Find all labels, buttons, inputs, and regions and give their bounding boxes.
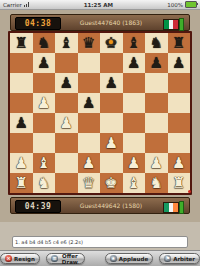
square-g1[interactable]: ♞ <box>145 173 168 193</box>
square-a4[interactable]: ♟ <box>10 113 33 133</box>
square-d7[interactable] <box>78 53 101 73</box>
square-h7[interactable]: ♟ <box>168 53 191 73</box>
black-pawn-piece: ♟ <box>55 73 78 93</box>
action-toolbar: ×Resign≡Offer Draw★Applaude⚑Arbiter <box>0 250 200 266</box>
square-f1[interactable]: ♝ <box>123 173 146 193</box>
square-g7[interactable]: ♟ <box>145 53 168 73</box>
square-f2[interactable]: ♟ <box>123 153 146 173</box>
opponent-connection-indicator <box>179 18 184 31</box>
black-bishop-piece: ♝ <box>123 33 146 53</box>
opponent-clock: 04:38 <box>15 17 61 30</box>
square-h6[interactable] <box>168 73 191 93</box>
square-d2[interactable]: ♟ <box>78 153 101 173</box>
square-c8[interactable]: ♝ <box>55 33 78 53</box>
white-pawn-piece: ♟ <box>145 153 168 173</box>
chess-app-screen: Carrier 11:25 AM 100% 04:38 Guest447640 … <box>0 0 200 266</box>
square-b6[interactable] <box>33 73 56 93</box>
black-rook-piece: ♜ <box>10 33 33 53</box>
square-d8[interactable]: ♛ <box>78 33 101 53</box>
square-b3[interactable] <box>33 133 56 153</box>
square-a8[interactable]: ♜ <box>10 33 33 53</box>
carrier-label: Carrier <box>3 2 22 8</box>
square-g3[interactable] <box>145 133 168 153</box>
square-h5[interactable] <box>168 93 191 113</box>
black-pawn-piece: ♟ <box>168 53 191 73</box>
square-f4[interactable] <box>123 113 146 133</box>
button-label: Applaude <box>119 256 148 262</box>
white-pawn-piece: ♟ <box>100 133 123 153</box>
square-c5[interactable] <box>55 93 78 113</box>
applaude-button[interactable]: ★Applaude <box>105 253 153 264</box>
player-clock: 04:39 <box>15 200 61 213</box>
square-c3[interactable] <box>55 133 78 153</box>
square-c6[interactable]: ♟ <box>55 73 78 93</box>
square-e3[interactable]: ♟ <box>100 133 123 153</box>
white-pawn-piece: ♟ <box>123 153 146 173</box>
white-king-piece: ♚ <box>100 173 123 193</box>
square-h1[interactable]: ♜ <box>168 173 191 193</box>
square-c4[interactable]: ♟ <box>55 113 78 133</box>
battery-icon <box>185 1 197 8</box>
square-d4[interactable] <box>78 113 101 133</box>
square-e2[interactable] <box>100 153 123 173</box>
square-e4[interactable] <box>100 113 123 133</box>
black-pawn-piece: ♟ <box>123 53 146 73</box>
white-queen-piece: ♛ <box>78 173 101 193</box>
notification-dot <box>188 190 191 193</box>
white-rook-piece: ♜ <box>168 173 191 193</box>
white-bishop-piece: ♝ <box>123 173 146 193</box>
square-f8[interactable]: ♝ <box>123 33 146 53</box>
square-d5[interactable]: ♟ <box>78 93 101 113</box>
button-label: Offer Draw <box>60 253 80 265</box>
button-label: Arbiter <box>173 256 195 262</box>
square-e5[interactable] <box>100 93 123 113</box>
square-b5[interactable]: ♟ <box>33 93 56 113</box>
opponent-bar: 04:38 Guest447640 (1863) <box>10 14 190 31</box>
white-knight-piece: ♞ <box>33 173 56 193</box>
square-b7[interactable]: ♟ <box>33 53 56 73</box>
speech-bubble-icon: ≡ <box>51 255 58 262</box>
white-pawn-piece: ♟ <box>33 93 56 113</box>
white-knight-piece: ♞ <box>145 173 168 193</box>
black-rook-piece: ♜ <box>168 33 191 53</box>
square-c1[interactable] <box>55 173 78 193</box>
button-label: Resign <box>14 256 35 262</box>
square-e1[interactable]: ♚ <box>100 173 123 193</box>
square-g5[interactable] <box>145 93 168 113</box>
white-rook-piece: ♜ <box>10 173 33 193</box>
player-flag-icon <box>163 202 179 213</box>
square-a1[interactable]: ♜ <box>10 173 33 193</box>
square-f6[interactable] <box>123 73 146 93</box>
opponent-flag-icon <box>163 19 179 30</box>
resign-button[interactable]: ×Resign <box>0 253 40 264</box>
square-h2[interactable]: ♟ <box>168 153 191 173</box>
square-f3[interactable] <box>123 133 146 153</box>
square-e7[interactable] <box>100 53 123 73</box>
square-f7[interactable]: ♟ <box>123 53 146 73</box>
square-b2[interactable]: ♝ <box>33 153 56 173</box>
white-pawn-piece: ♟ <box>55 113 78 133</box>
black-queen-piece: ♛ <box>78 33 101 53</box>
clock-time: 11:25 AM <box>84 2 113 8</box>
square-g4[interactable] <box>145 113 168 133</box>
applaud-icon: ★ <box>110 255 117 262</box>
square-d1[interactable]: ♛ <box>78 173 101 193</box>
square-g6[interactable] <box>145 73 168 93</box>
square-b1[interactable]: ♞ <box>33 173 56 193</box>
square-f5[interactable] <box>123 93 146 113</box>
square-d6[interactable] <box>78 73 101 93</box>
black-bishop-piece: ♝ <box>55 33 78 53</box>
last-move-marker <box>109 40 113 44</box>
resign-x-icon: × <box>5 255 12 262</box>
square-a2[interactable]: ♟ <box>10 153 33 173</box>
chess-board-frame: ♜♞♝♛♚♝♞♜♟♟♟♟♟♟♟♟♟♟♟♟♝♟♟♟♟♜♞♛♚♝♞♜ <box>8 31 192 195</box>
opponent-name: Guest447640 (1863) <box>63 19 159 26</box>
square-g8[interactable]: ♞ <box>145 33 168 53</box>
square-g2[interactable]: ♟ <box>145 153 168 173</box>
square-e6[interactable]: ♟ <box>100 73 123 93</box>
white-bishop-piece: ♝ <box>33 153 56 173</box>
square-h8[interactable]: ♜ <box>168 33 191 53</box>
black-pawn-piece: ♟ <box>10 113 33 133</box>
player-name: Guest449642 (1580) <box>63 202 159 209</box>
offer-draw-button[interactable]: ≡Offer Draw <box>46 253 85 264</box>
chess-board[interactable]: ♜♞♝♛♚♝♞♜♟♟♟♟♟♟♟♟♟♟♟♟♝♟♟♟♟♜♞♛♚♝♞♜ <box>10 33 190 193</box>
square-a6[interactable] <box>10 73 33 93</box>
square-a5[interactable] <box>10 93 33 113</box>
black-knight-piece: ♞ <box>33 33 56 53</box>
player-connection-indicator <box>179 201 184 214</box>
black-knight-piece: ♞ <box>145 33 168 53</box>
black-pawn-piece: ♟ <box>145 53 168 73</box>
battery-percent: 100% <box>167 2 183 8</box>
arbiter-button[interactable]: ⚑Arbiter <box>159 253 200 264</box>
white-pawn-piece: ♟ <box>168 153 191 173</box>
arbiter-flag-icon: ⚑ <box>164 255 171 262</box>
white-pawn-piece: ♟ <box>78 153 101 173</box>
black-pawn-piece: ♟ <box>100 73 123 93</box>
black-pawn-piece: ♟ <box>78 93 101 113</box>
move-chat-input[interactable] <box>12 236 188 248</box>
square-c7[interactable] <box>55 53 78 73</box>
square-d3[interactable] <box>78 133 101 153</box>
square-a3[interactable] <box>10 133 33 153</box>
status-bar: Carrier 11:25 AM 100% <box>0 0 200 10</box>
wifi-icon <box>24 2 30 7</box>
square-c2[interactable] <box>55 153 78 173</box>
square-b8[interactable]: ♞ <box>33 33 56 53</box>
square-h3[interactable] <box>168 133 191 153</box>
square-h4[interactable] <box>168 113 191 133</box>
black-pawn-piece: ♟ <box>33 53 56 73</box>
square-b4[interactable] <box>33 113 56 133</box>
player-bar: 04:39 Guest449642 (1580) <box>10 197 190 214</box>
white-pawn-piece: ♟ <box>10 153 33 173</box>
square-a7[interactable] <box>10 53 33 73</box>
